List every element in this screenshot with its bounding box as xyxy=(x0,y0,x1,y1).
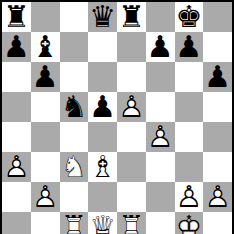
white-piece-outline: ♘ xyxy=(60,149,87,184)
piece-black-rook: ♜ xyxy=(118,2,145,32)
black-piece-glyph: ♟ xyxy=(32,59,59,94)
square-b8[interactable] xyxy=(31,2,60,32)
square-a4[interactable] xyxy=(2,122,31,152)
square-g2[interactable]: ♟♙ xyxy=(175,182,204,212)
square-f5[interactable] xyxy=(146,92,175,122)
square-b1[interactable] xyxy=(31,212,60,234)
square-c8[interactable] xyxy=(60,2,89,32)
square-h8[interactable] xyxy=(203,2,232,32)
white-piece-outline: ♙ xyxy=(118,89,145,124)
square-c5[interactable]: ♞ xyxy=(60,92,89,122)
square-f3[interactable] xyxy=(146,152,175,182)
black-piece-glyph: ♟ xyxy=(175,29,202,64)
piece-black-pawn: ♟ xyxy=(204,62,231,92)
square-a3[interactable]: ♟♙ xyxy=(2,152,31,182)
piece-black-knight: ♞ xyxy=(60,92,87,122)
square-e7[interactable] xyxy=(117,32,146,62)
square-c6[interactable] xyxy=(60,62,89,92)
square-h5[interactable] xyxy=(203,92,232,122)
square-a7[interactable]: ♟ xyxy=(2,32,31,62)
square-h2[interactable]: ♟♙ xyxy=(203,182,232,212)
piece-black-pawn: ♟ xyxy=(32,62,59,92)
white-piece-outline: ♖ xyxy=(60,209,87,234)
square-d2[interactable] xyxy=(88,182,117,212)
black-piece-glyph: ♟ xyxy=(3,29,30,64)
square-e1[interactable]: ♜♖ xyxy=(117,212,146,234)
square-d7[interactable] xyxy=(88,32,117,62)
square-b4[interactable] xyxy=(31,122,60,152)
square-h4[interactable] xyxy=(203,122,232,152)
square-b3[interactable] xyxy=(31,152,60,182)
square-a5[interactable] xyxy=(2,92,31,122)
chess-diagram: ♜♛♜♚♟♝♟♟♟♟♞♟♟♙♟♙♟♙♞♘♝♗♟♙♟♙♟♙♜♖♛♕♜♖♚♔ xyxy=(0,0,234,234)
square-f6[interactable] xyxy=(146,62,175,92)
square-h6[interactable]: ♟ xyxy=(203,62,232,92)
square-g3[interactable] xyxy=(175,152,204,182)
square-d6[interactable] xyxy=(88,62,117,92)
black-piece-glyph: ♟ xyxy=(89,89,116,124)
black-piece-glyph: ♞ xyxy=(60,89,87,124)
square-c1[interactable]: ♜♖ xyxy=(60,212,89,234)
black-piece-glyph: ♜ xyxy=(118,0,145,34)
piece-white-pawn: ♟♙ xyxy=(147,122,174,152)
piece-white-pawn: ♟♙ xyxy=(175,182,202,212)
piece-black-pawn: ♟ xyxy=(175,32,202,62)
square-c4[interactable] xyxy=(60,122,89,152)
square-a1[interactable] xyxy=(2,212,31,234)
square-f8[interactable] xyxy=(146,2,175,32)
square-c7[interactable] xyxy=(60,32,89,62)
white-piece-outline: ♙ xyxy=(32,179,59,214)
white-piece-outline: ♕ xyxy=(89,209,116,234)
square-g1[interactable]: ♚♔ xyxy=(175,212,204,234)
piece-white-pawn: ♟♙ xyxy=(32,182,59,212)
white-piece-outline: ♙ xyxy=(3,149,30,184)
square-h1[interactable] xyxy=(203,212,232,234)
square-g8[interactable]: ♚ xyxy=(175,2,204,32)
square-g4[interactable] xyxy=(175,122,204,152)
piece-black-pawn: ♟ xyxy=(3,32,30,62)
square-e4[interactable] xyxy=(117,122,146,152)
square-d4[interactable] xyxy=(88,122,117,152)
piece-white-knight: ♞♘ xyxy=(60,152,87,182)
piece-white-queen: ♛♕ xyxy=(89,212,116,234)
piece-white-pawn: ♟♙ xyxy=(204,182,231,212)
square-b5[interactable] xyxy=(31,92,60,122)
square-f2[interactable] xyxy=(146,182,175,212)
square-d5[interactable]: ♟ xyxy=(88,92,117,122)
square-c3[interactable]: ♞♘ xyxy=(60,152,89,182)
piece-white-pawn: ♟♙ xyxy=(3,152,30,182)
piece-black-pawn: ♟ xyxy=(147,32,174,62)
square-a8[interactable]: ♜ xyxy=(2,2,31,32)
square-c2[interactable] xyxy=(60,182,89,212)
piece-black-king: ♚ xyxy=(175,2,202,32)
square-h3[interactable] xyxy=(203,152,232,182)
piece-white-bishop: ♝♗ xyxy=(89,152,116,182)
square-d3[interactable]: ♝♗ xyxy=(88,152,117,182)
white-piece-outline: ♙ xyxy=(204,179,231,214)
square-f7[interactable]: ♟ xyxy=(146,32,175,62)
white-piece-outline: ♙ xyxy=(147,119,174,154)
square-e3[interactable] xyxy=(117,152,146,182)
square-e5[interactable]: ♟♙ xyxy=(117,92,146,122)
square-g6[interactable] xyxy=(175,62,204,92)
piece-black-queen: ♛ xyxy=(89,2,116,32)
square-e2[interactable] xyxy=(117,182,146,212)
black-piece-glyph: ♛ xyxy=(89,0,116,34)
piece-white-king: ♚♔ xyxy=(175,212,202,234)
black-piece-glyph: ♟ xyxy=(147,29,174,64)
square-h7[interactable] xyxy=(203,32,232,62)
square-e8[interactable]: ♜ xyxy=(117,2,146,32)
square-g7[interactable]: ♟ xyxy=(175,32,204,62)
square-d8[interactable]: ♛ xyxy=(88,2,117,32)
square-a2[interactable] xyxy=(2,182,31,212)
square-g5[interactable] xyxy=(175,92,204,122)
chess-board: ♜♛♜♚♟♝♟♟♟♟♞♟♟♙♟♙♟♙♞♘♝♗♟♙♟♙♟♙♜♖♛♕♜♖♚♔ xyxy=(0,0,234,234)
piece-white-rook: ♜♖ xyxy=(60,212,87,234)
piece-white-pawn: ♟♙ xyxy=(118,92,145,122)
white-piece-outline: ♖ xyxy=(118,209,145,234)
white-piece-outline: ♔ xyxy=(175,209,202,234)
square-b2[interactable]: ♟♙ xyxy=(31,182,60,212)
square-b6[interactable]: ♟ xyxy=(31,62,60,92)
square-a6[interactable] xyxy=(2,62,31,92)
square-f1[interactable] xyxy=(146,212,175,234)
piece-black-pawn: ♟ xyxy=(89,92,116,122)
piece-white-rook: ♜♖ xyxy=(118,212,145,234)
piece-black-bishop: ♝ xyxy=(32,32,59,62)
black-piece-glyph: ♟ xyxy=(204,59,231,94)
square-e6[interactable] xyxy=(117,62,146,92)
white-piece-outline: ♗ xyxy=(89,149,116,184)
square-d1[interactable]: ♛♕ xyxy=(88,212,117,234)
square-f4[interactable]: ♟♙ xyxy=(146,122,175,152)
piece-black-rook: ♜ xyxy=(3,2,30,32)
square-b7[interactable]: ♝ xyxy=(31,32,60,62)
